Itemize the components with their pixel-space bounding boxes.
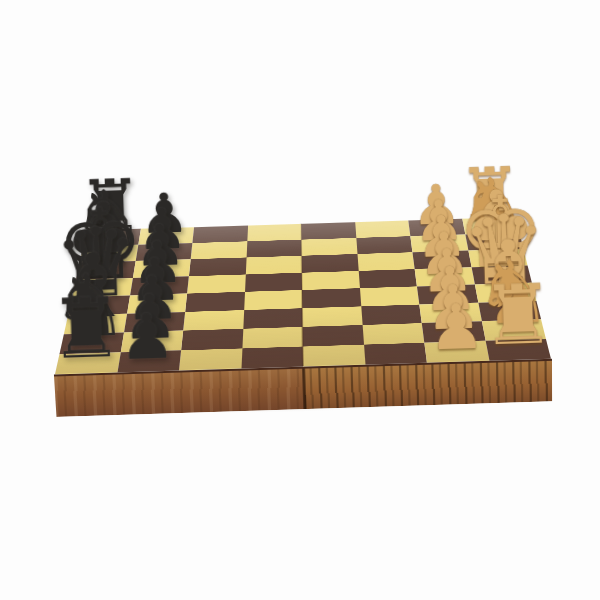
square-b3[interactable] [362,323,424,344]
chess-board: ♜♟♟♜♞♟♟♞♝♟♟♝♚♟♟♚♛♟♟♛♝♟♟♝♞♟♟♞♜♟♟♜ [55,217,551,374]
square-f3[interactable] [357,252,415,271]
square-a7[interactable]: ♟ [117,350,181,372]
square-h3[interactable] [355,220,411,237]
white-pawn-a2[interactable]: ♟ [427,295,485,359]
square-e4[interactable] [302,271,360,290]
square-g5[interactable] [246,239,301,257]
square-d3[interactable] [359,286,419,306]
square-b5[interactable] [242,327,303,348]
front-edge-left-wood [54,369,304,417]
square-e6[interactable] [187,274,245,293]
square-a1[interactable]: ♜ [485,339,551,361]
square-h6[interactable] [192,225,247,242]
square-c6[interactable] [183,310,244,331]
square-b6[interactable] [181,329,243,350]
square-c4[interactable] [302,306,362,327]
black-rook-a8[interactable]: ♜ [48,287,124,371]
square-h4[interactable] [301,222,356,239]
square-b4[interactable] [302,325,363,346]
square-a5[interactable] [241,346,303,368]
front-edge-right-wood [303,361,552,409]
square-f5[interactable] [245,256,301,275]
square-a3[interactable] [364,343,427,365]
square-e3[interactable] [358,269,417,288]
square-a8[interactable]: ♜ [55,352,120,374]
square-d5[interactable] [244,290,303,310]
square-a6[interactable] [179,348,242,370]
square-d6[interactable] [185,292,244,312]
square-c3[interactable] [361,304,422,325]
black-pawn-a7[interactable]: ♟ [119,305,177,369]
square-a2[interactable]: ♟ [424,341,489,363]
square-g6[interactable] [191,241,247,259]
square-c5[interactable] [243,308,303,329]
chess-set-photo: ♜♟♟♜♞♟♟♞♝♟♟♝♚♟♟♚♛♟♟♛♝♟♟♝♞♟♟♞♜♟♟♜ [72,60,532,520]
white-rook-a1[interactable]: ♜ [480,273,556,357]
square-h5[interactable] [247,224,301,241]
square-g3[interactable] [356,236,413,254]
square-f6[interactable] [189,257,246,276]
square-e5[interactable] [245,273,302,292]
square-g4[interactable] [301,238,357,256]
square-d4[interactable] [302,288,361,308]
square-a4[interactable] [303,344,365,366]
square-f4[interactable] [302,254,359,273]
